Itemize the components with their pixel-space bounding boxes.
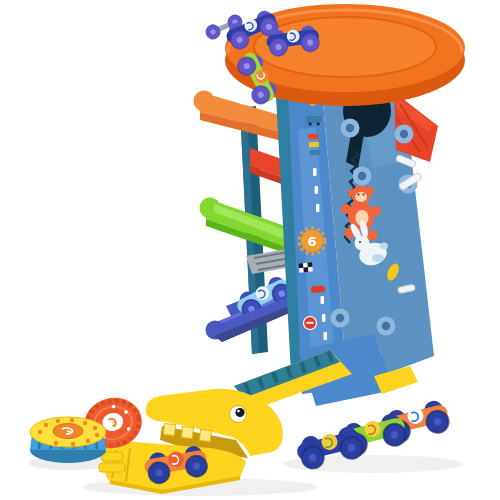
toy-illustration: 6 [0, 0, 500, 500]
checkered-flag-sticker [299, 262, 313, 272]
spinning-top-yellow-blue [30, 417, 106, 463]
product-photo: 6 [0, 0, 500, 500]
sun-badge-number: 6 [307, 234, 316, 249]
eye [230, 406, 247, 423]
red-car-sticker [311, 286, 325, 293]
stop-sign-sticker [304, 317, 317, 330]
